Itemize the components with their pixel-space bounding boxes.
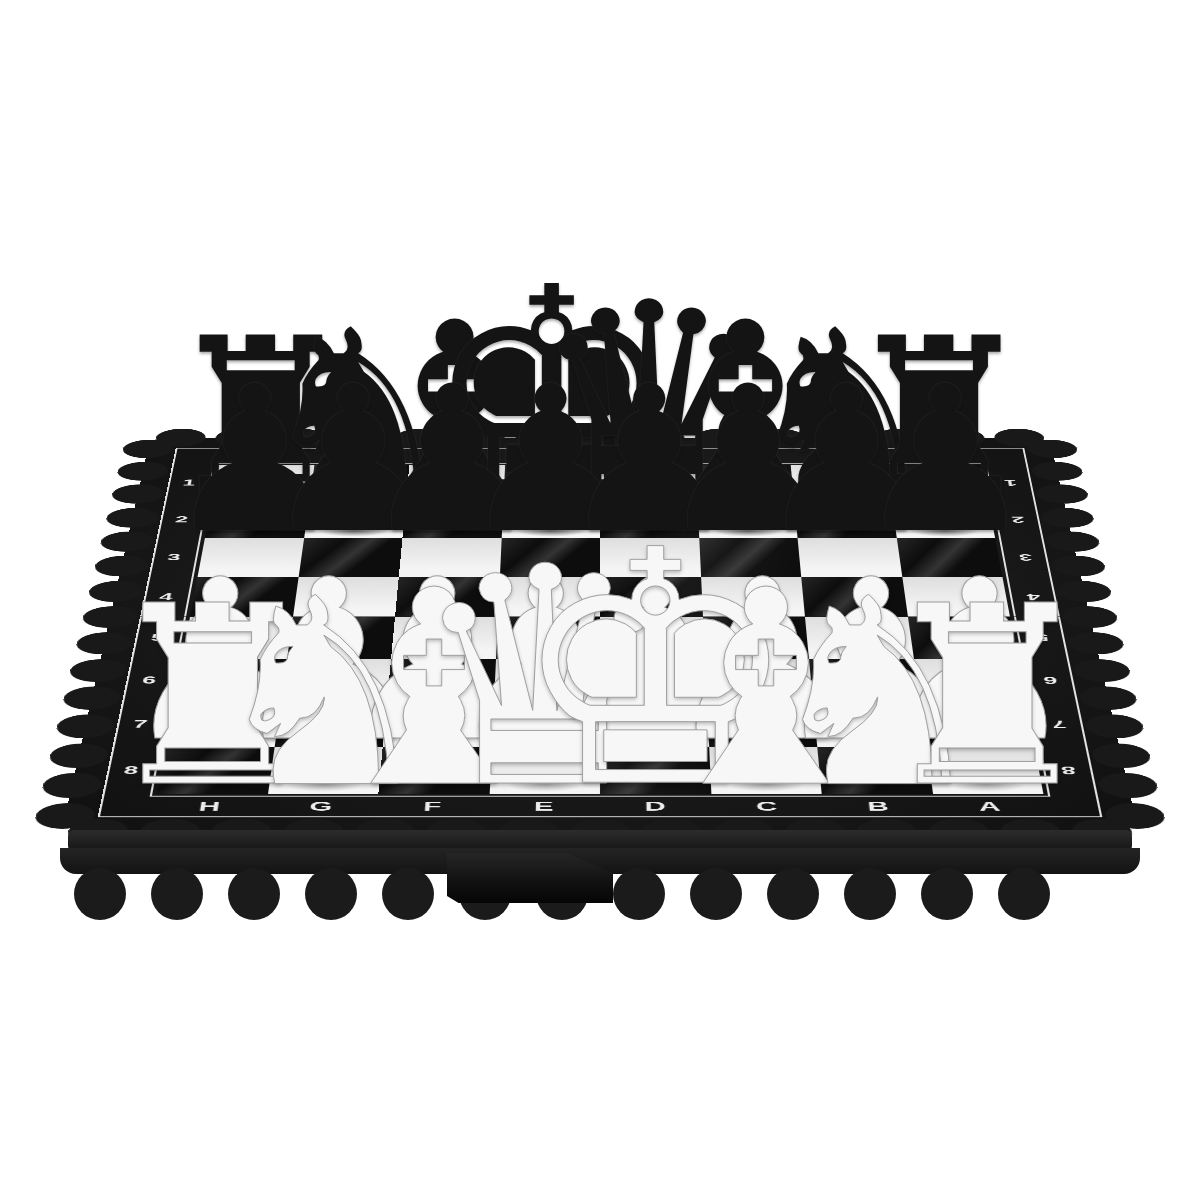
case-scallop-bump <box>1090 743 1153 767</box>
case-front-scallop-bump <box>613 868 665 920</box>
case-front-scallop-bump <box>228 868 280 920</box>
case-front-scallop-bump <box>844 868 896 920</box>
case-front-scallop-bump <box>921 868 973 920</box>
case-scallop-bump <box>1030 462 1085 481</box>
case-scallop-bump <box>1096 773 1160 798</box>
piece-white-rook-a8[interactable]: ♜ <box>876 574 1099 822</box>
case-scallop-bump <box>1035 485 1090 504</box>
case-scallop-bump <box>110 485 165 504</box>
case-front-scallop-bump <box>767 868 819 920</box>
case-front-scallop-bump <box>151 868 203 920</box>
case-front-scallop-bump <box>305 868 357 920</box>
case-scallop-bump <box>40 773 104 798</box>
case-scallop-bump <box>115 462 170 481</box>
case-scallop-bump <box>104 508 160 528</box>
case-front-scallop-bump <box>998 868 1050 920</box>
chess-set-photo: HGFEDCBA HGFEDCBA 12345678 12345678 ♜♞♝♚… <box>0 0 1200 1200</box>
case-scallop-bump <box>1040 508 1096 528</box>
case-front-scallop-bump <box>382 868 434 920</box>
case-front-scallop-bump <box>74 868 126 920</box>
case-front-scallop-bump <box>690 868 742 920</box>
